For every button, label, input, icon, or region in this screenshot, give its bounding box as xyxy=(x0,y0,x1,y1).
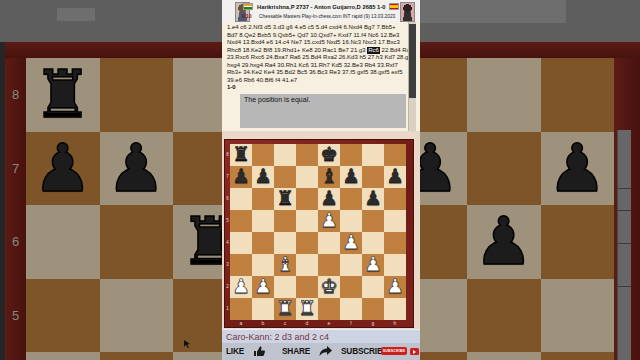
chess-piece[interactable]: ♜ xyxy=(274,188,296,210)
board-squares: ♜♚♟♟♝♟♟♜♟♟♟♟♝♟♟♟♚♟♜♜ xyxy=(230,144,406,320)
square[interactable]: ♟ xyxy=(362,188,384,210)
chess-piece[interactable]: ♟ xyxy=(340,166,362,188)
engagement-bar: LIKE SHARE SUBSCRIBE SUBSCRIBE xyxy=(222,343,420,360)
spain-flag-icon xyxy=(389,3,399,10)
move-text[interactable]: 23.Rxc6 Rxc6 24.Bxa7 Ra6 25.Bd4 Rxa2 26.… xyxy=(227,54,408,62)
square[interactable] xyxy=(318,254,340,276)
square[interactable] xyxy=(296,276,318,298)
event-line: B10 Chessable Masters Play-In-chess.com … xyxy=(236,12,406,20)
players-result: Harikrishna,P 2737 - Anton Guijarro,D 26… xyxy=(257,4,385,10)
notation-line: Rb3+ 34.Ke2 Ke4 35.Bd2 Bc5 36.Bc3 Re3 37… xyxy=(227,69,408,77)
scrollbar-thumb[interactable] xyxy=(409,24,416,98)
square[interactable] xyxy=(230,232,252,254)
chess-piece[interactable]: ♟ xyxy=(230,276,252,298)
square[interactable] xyxy=(230,254,252,276)
square[interactable] xyxy=(252,144,274,166)
chess-piece[interactable]: ♟ xyxy=(340,232,362,254)
move-text[interactable]: Nxd4 13.Bxd4 e6 14.c4 Ne7 15.cxd5 Nxd5 1… xyxy=(227,39,400,47)
square[interactable] xyxy=(384,298,406,320)
square[interactable] xyxy=(362,232,384,254)
chess-piece[interactable]: ♟ xyxy=(384,166,406,188)
square[interactable] xyxy=(252,210,274,232)
chess-piece[interactable]: ♟ xyxy=(384,276,406,298)
square[interactable] xyxy=(274,210,296,232)
chess-piece[interactable]: ♟ xyxy=(362,188,384,210)
players-line: Harikrishna,P 2737 - Anton Guijarro,D 26… xyxy=(236,2,406,11)
notation-line: hxg4 29.hxg4 Ra4 30.Rh1 Kc6 31.Rh7 Kd5 3… xyxy=(227,62,408,70)
square[interactable] xyxy=(230,188,252,210)
file-label: a xyxy=(230,320,252,327)
share-button[interactable]: SHARE xyxy=(282,346,310,356)
square[interactable] xyxy=(340,276,362,298)
chess-piece[interactable]: ♟ xyxy=(252,276,274,298)
chess-piece[interactable]: ♚ xyxy=(318,276,340,298)
square[interactable] xyxy=(274,276,296,298)
current-move[interactable]: Rc6 xyxy=(367,47,380,55)
square[interactable] xyxy=(362,210,384,232)
square[interactable] xyxy=(296,188,318,210)
square[interactable]: ♚ xyxy=(318,276,340,298)
square[interactable] xyxy=(384,210,406,232)
evaluation-text: The position is equal. xyxy=(244,96,310,103)
move-text[interactable]: Rb3+ 34.Ke2 Ke4 35.Bd2 Bc5 36.Bc3 Re3 37… xyxy=(227,69,403,77)
square[interactable] xyxy=(252,232,274,254)
square[interactable]: ♟ xyxy=(384,166,406,188)
chess-piece[interactable]: ♝ xyxy=(318,166,340,188)
cursor-icon xyxy=(184,340,192,348)
move-text[interactable]: 39.e6 Rb6 40.Bf6 f4 41.e7 xyxy=(227,77,297,83)
move-text[interactable]: Rhc8 18.Ke2 Bf8 19.Rhd1+ Ke8 20.Rac1 Be7… xyxy=(227,47,367,55)
square[interactable] xyxy=(296,254,318,276)
square[interactable] xyxy=(274,166,296,188)
eco-code: B10 xyxy=(242,13,252,19)
square[interactable] xyxy=(252,188,274,210)
notation-line: 1.e4 c6 2.Nf3 d5 3.d3 g6 4.e5 c5 5.d4 cx… xyxy=(227,24,408,32)
square[interactable]: ♟ xyxy=(340,232,362,254)
chess-piece[interactable]: ♜ xyxy=(274,298,296,320)
square[interactable] xyxy=(384,144,406,166)
notation-panel: 1.e4 c6 2.Nf3 d5 3.d3 g6 4.e5 c5 5.d4 cx… xyxy=(222,22,420,131)
opening-caption: Caro-Kann: 2 d3 and 2 c4 xyxy=(222,329,420,343)
square[interactable]: ♜ xyxy=(274,298,296,320)
square[interactable]: ♚ xyxy=(318,144,340,166)
square[interactable] xyxy=(340,298,362,320)
move-text[interactable]: 1-0 xyxy=(227,84,236,90)
file-label: d xyxy=(296,320,318,327)
square[interactable]: ♜ xyxy=(296,298,318,320)
square[interactable] xyxy=(384,232,406,254)
square[interactable]: ♜ xyxy=(274,188,296,210)
move-text[interactable]: 1.e4 c6 2.Nf3 d5 3.d3 g6 4.e5 c5 5.d4 cx… xyxy=(227,24,396,32)
notation-line: 23.Rxc6 Rxc6 24.Bxa7 Ra6 25.Bd4 Rxa2 26.… xyxy=(227,54,408,62)
move-text[interactable]: Bd7 8.Qe2 Bxb5 9.Qxb5+ Qd7 10.Qxd7+ Kxd7… xyxy=(227,32,399,40)
square[interactable] xyxy=(252,298,274,320)
square[interactable] xyxy=(340,210,362,232)
square[interactable]: ♟ xyxy=(318,188,340,210)
square[interactable] xyxy=(340,188,362,210)
chess-piece[interactable]: ♟ xyxy=(318,210,340,232)
evaluation-box: The position is equal. xyxy=(240,94,406,128)
file-label: f xyxy=(340,320,362,327)
game-header: Harikrishna,P 2737 - Anton Guijarro,D 26… xyxy=(222,0,420,23)
notation-scrollbar[interactable] xyxy=(408,22,416,131)
chess-piece[interactable]: ♟ xyxy=(252,166,274,188)
india-flag-icon xyxy=(243,3,253,10)
square[interactable] xyxy=(252,254,274,276)
chess-piece[interactable]: ♟ xyxy=(362,254,384,276)
square[interactable] xyxy=(274,144,296,166)
square[interactable] xyxy=(362,298,384,320)
chess-piece[interactable]: ♜ xyxy=(296,298,318,320)
square[interactable]: ♝ xyxy=(274,254,296,276)
notation-line: 1-0 xyxy=(227,84,408,92)
notation-line: Bd7 8.Qe2 Bxb5 9.Qxb5+ Qd7 10.Qxd7+ Kxd7… xyxy=(227,32,408,40)
square[interactable]: ♟ xyxy=(318,210,340,232)
youtube-icon[interactable] xyxy=(410,348,419,355)
chess-piece[interactable]: ♟ xyxy=(318,188,340,210)
chess-piece[interactable]: ♝ xyxy=(274,254,296,276)
thumbs-up-icon[interactable] xyxy=(253,346,266,357)
square[interactable] xyxy=(362,144,384,166)
square[interactable] xyxy=(230,210,252,232)
square[interactable]: ♟ xyxy=(252,166,274,188)
square[interactable] xyxy=(340,144,362,166)
square[interactable]: ♝ xyxy=(318,166,340,188)
notation-line: 39.e6 Rb6 40.Bf6 f4 41.e7 xyxy=(227,77,408,85)
chess-app-panel: Harikrishna,P 2737 - Anton Guijarro,D 26… xyxy=(222,0,420,360)
square[interactable]: ♜ xyxy=(230,144,252,166)
square[interactable]: ♟ xyxy=(230,166,252,188)
square[interactable] xyxy=(362,276,384,298)
file-label: g xyxy=(362,320,384,327)
file-label: c xyxy=(274,320,296,327)
file-label: h xyxy=(384,320,406,327)
file-label: b xyxy=(252,320,274,327)
square[interactable] xyxy=(296,210,318,232)
square[interactable] xyxy=(296,232,318,254)
square[interactable] xyxy=(384,188,406,210)
square[interactable] xyxy=(340,254,362,276)
chess-piece[interactable]: ♜ xyxy=(230,144,252,166)
subscribe-button[interactable]: SUBSCRIBE xyxy=(381,347,407,355)
move-list: 1.e4 c6 2.Nf3 d5 3.d3 g6 4.e5 c5 5.d4 cx… xyxy=(227,24,408,92)
move-text[interactable]: hxg4 29.hxg4 Ra4 30.Rh1 Kc6 31.Rh7 Kd5 3… xyxy=(227,62,398,70)
square[interactable]: ♟ xyxy=(362,254,384,276)
notation-line: Rhc8 18.Ke2 Bf8 19.Rhd1+ Ke8 20.Rac1 Be7… xyxy=(227,47,408,55)
event-text: Chessable Masters Play-In-chess.com INT … xyxy=(259,13,395,19)
video-frame: ♜♚♟♟♝♟♟♜♟♟♟♟♝♟♟♟♚♟♜♜ 8765 Harikrishna,P … xyxy=(0,0,640,360)
square[interactable] xyxy=(318,232,340,254)
square[interactable] xyxy=(362,166,384,188)
share-arrow-icon[interactable] xyxy=(319,346,332,357)
square[interactable]: ♟ xyxy=(252,276,274,298)
square[interactable] xyxy=(318,298,340,320)
square[interactable] xyxy=(296,144,318,166)
chess-piece[interactable]: ♚ xyxy=(318,144,340,166)
chess-board: 87654321 abcdefgh ♜♚♟♟♝♟♟♜♟♟♟♟♝♟♟♟♚♟♜♜ xyxy=(224,139,414,328)
chess-piece[interactable]: ♟ xyxy=(230,166,252,188)
file-label: e xyxy=(318,320,340,327)
square[interactable]: ♟ xyxy=(340,166,362,188)
file-labels: abcdefgh xyxy=(230,320,406,327)
square[interactable] xyxy=(274,232,296,254)
square[interactable] xyxy=(384,254,406,276)
move-text[interactable]: 22.Bd4 Rac8 xyxy=(380,47,408,55)
square[interactable]: ♟ xyxy=(230,276,252,298)
square[interactable] xyxy=(230,298,252,320)
notation-line: Nxd4 13.Bxd4 e6 14.c4 Ne7 15.cxd5 Nxd5 1… xyxy=(227,39,408,47)
square[interactable] xyxy=(296,166,318,188)
square[interactable]: ♟ xyxy=(384,276,406,298)
like-button[interactable]: LIKE xyxy=(226,346,244,356)
